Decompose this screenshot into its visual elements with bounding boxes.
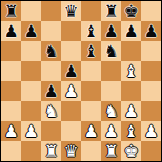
square-g6[interactable] bbox=[121, 41, 141, 61]
piece-black-pawn[interactable]: ♟ bbox=[143, 21, 158, 41]
square-c6[interactable]: ♞ bbox=[41, 41, 61, 61]
square-a4[interactable] bbox=[1, 81, 21, 101]
chess-board: ♜♛♜♚♟♟♝♟♟♟♞♝♞♟♝♟♟♞♞♟♟♟♟♟♝♟♜♛♜♚ bbox=[0, 0, 162, 162]
square-d6[interactable] bbox=[61, 41, 81, 61]
square-b8[interactable] bbox=[21, 1, 41, 21]
square-d2[interactable] bbox=[61, 121, 81, 141]
square-b1[interactable] bbox=[21, 141, 41, 161]
square-c5[interactable] bbox=[41, 61, 61, 81]
square-e7[interactable]: ♝ bbox=[81, 21, 101, 41]
square-c4[interactable]: ♟ bbox=[41, 81, 61, 101]
square-d1[interactable]: ♛ bbox=[61, 141, 81, 161]
square-f5[interactable] bbox=[101, 61, 121, 81]
square-d7[interactable] bbox=[61, 21, 81, 41]
square-f8[interactable]: ♜ bbox=[101, 1, 121, 21]
square-e5[interactable] bbox=[81, 61, 101, 81]
piece-black-knight[interactable]: ♞ bbox=[103, 41, 118, 61]
piece-white-king[interactable]: ♚ bbox=[123, 141, 138, 161]
square-g8[interactable]: ♚ bbox=[121, 1, 141, 21]
square-c2[interactable] bbox=[41, 121, 61, 141]
square-g2[interactable]: ♝ bbox=[121, 121, 141, 141]
piece-black-rook[interactable]: ♜ bbox=[103, 1, 118, 21]
square-e2[interactable]: ♟ bbox=[81, 121, 101, 141]
piece-white-pawn[interactable]: ♟ bbox=[23, 121, 38, 141]
square-a3[interactable] bbox=[1, 101, 21, 121]
square-b4[interactable] bbox=[21, 81, 41, 101]
piece-black-pawn[interactable]: ♟ bbox=[23, 21, 38, 41]
piece-white-bishop[interactable]: ♝ bbox=[123, 121, 138, 141]
piece-white-pawn[interactable]: ♟ bbox=[63, 81, 78, 101]
square-d8[interactable]: ♛ bbox=[61, 1, 81, 21]
piece-white-rook[interactable]: ♜ bbox=[103, 141, 118, 161]
square-a2[interactable]: ♟ bbox=[1, 121, 21, 141]
square-b7[interactable]: ♟ bbox=[21, 21, 41, 41]
square-h1[interactable] bbox=[141, 141, 161, 161]
square-f4[interactable] bbox=[101, 81, 121, 101]
chess-board-frame: ♜♛♜♚♟♟♝♟♟♟♞♝♞♟♝♟♟♞♞♟♟♟♟♟♝♟♜♛♜♚ bbox=[0, 0, 162, 162]
piece-black-pawn[interactable]: ♟ bbox=[123, 21, 138, 41]
square-h5[interactable] bbox=[141, 61, 161, 81]
square-e6[interactable]: ♝ bbox=[81, 41, 101, 61]
square-a5[interactable] bbox=[1, 61, 21, 81]
square-c1[interactable]: ♜ bbox=[41, 141, 61, 161]
square-d4[interactable]: ♟ bbox=[61, 81, 81, 101]
square-b2[interactable]: ♟ bbox=[21, 121, 41, 141]
square-g4[interactable] bbox=[121, 81, 141, 101]
square-h8[interactable] bbox=[141, 1, 161, 21]
square-h4[interactable] bbox=[141, 81, 161, 101]
square-a1[interactable] bbox=[1, 141, 21, 161]
square-f2[interactable]: ♟ bbox=[101, 121, 121, 141]
square-c7[interactable] bbox=[41, 21, 61, 41]
piece-white-bishop[interactable]: ♝ bbox=[123, 61, 138, 81]
square-b6[interactable] bbox=[21, 41, 41, 61]
square-b5[interactable] bbox=[21, 61, 41, 81]
square-f3[interactable]: ♞ bbox=[101, 101, 121, 121]
piece-black-bishop[interactable]: ♝ bbox=[83, 21, 98, 41]
square-h6[interactable] bbox=[141, 41, 161, 61]
square-h7[interactable]: ♟ bbox=[141, 21, 161, 41]
piece-black-bishop[interactable]: ♝ bbox=[83, 41, 98, 61]
square-a7[interactable]: ♟ bbox=[1, 21, 21, 41]
piece-white-pawn[interactable]: ♟ bbox=[123, 101, 138, 121]
square-c3[interactable]: ♞ bbox=[41, 101, 61, 121]
piece-white-pawn[interactable]: ♟ bbox=[103, 121, 118, 141]
piece-white-pawn[interactable]: ♟ bbox=[83, 121, 98, 141]
square-g1[interactable]: ♚ bbox=[121, 141, 141, 161]
square-g3[interactable]: ♟ bbox=[121, 101, 141, 121]
square-h3[interactable] bbox=[141, 101, 161, 121]
piece-black-queen[interactable]: ♛ bbox=[63, 1, 78, 21]
square-g7[interactable]: ♟ bbox=[121, 21, 141, 41]
square-h2[interactable]: ♟ bbox=[141, 121, 161, 141]
square-a6[interactable] bbox=[1, 41, 21, 61]
square-c8[interactable] bbox=[41, 1, 61, 21]
square-g5[interactable]: ♝ bbox=[121, 61, 141, 81]
square-f7[interactable]: ♟ bbox=[101, 21, 121, 41]
square-b3[interactable] bbox=[21, 101, 41, 121]
square-f6[interactable]: ♞ bbox=[101, 41, 121, 61]
piece-white-pawn[interactable]: ♟ bbox=[143, 121, 158, 141]
piece-black-rook[interactable]: ♜ bbox=[3, 1, 18, 21]
piece-black-pawn[interactable]: ♟ bbox=[63, 61, 78, 81]
piece-black-pawn[interactable]: ♟ bbox=[43, 81, 58, 101]
square-e4[interactable] bbox=[81, 81, 101, 101]
piece-white-rook[interactable]: ♜ bbox=[43, 141, 58, 161]
piece-black-knight[interactable]: ♞ bbox=[43, 41, 58, 61]
square-f1[interactable]: ♜ bbox=[101, 141, 121, 161]
square-d5[interactable]: ♟ bbox=[61, 61, 81, 81]
piece-black-king[interactable]: ♚ bbox=[123, 1, 138, 21]
square-e1[interactable] bbox=[81, 141, 101, 161]
piece-white-pawn[interactable]: ♟ bbox=[3, 121, 18, 141]
square-e8[interactable] bbox=[81, 1, 101, 21]
piece-white-knight[interactable]: ♞ bbox=[43, 101, 58, 121]
square-a8[interactable]: ♜ bbox=[1, 1, 21, 21]
piece-white-queen[interactable]: ♛ bbox=[63, 141, 78, 161]
square-e3[interactable] bbox=[81, 101, 101, 121]
piece-black-pawn[interactable]: ♟ bbox=[103, 21, 118, 41]
square-d3[interactable] bbox=[61, 101, 81, 121]
piece-white-knight[interactable]: ♞ bbox=[103, 101, 118, 121]
piece-black-pawn[interactable]: ♟ bbox=[3, 21, 18, 41]
